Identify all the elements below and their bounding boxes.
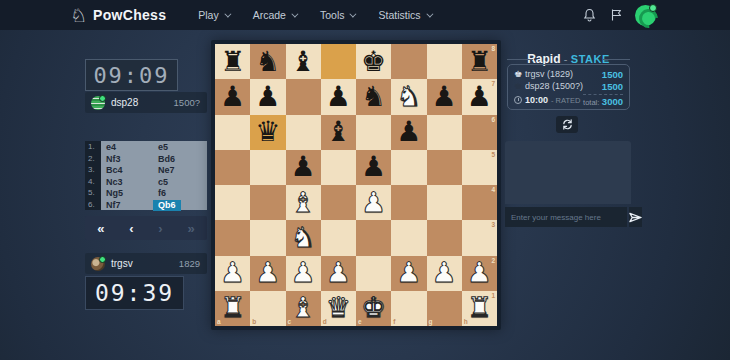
square-b3[interactable] [250, 220, 285, 255]
square-f1[interactable]: f [391, 291, 426, 326]
rematch-button[interactable] [556, 116, 578, 133]
square-b7[interactable]: ♟ [250, 79, 285, 114]
rank-label: 8 [491, 45, 495, 52]
rank-label: 7 [491, 80, 495, 87]
move-black[interactable]: c5 [153, 176, 207, 188]
file-label: c [288, 318, 292, 325]
stake-value: 1500 [602, 69, 623, 80]
knight-logo-icon: ♘ [70, 6, 87, 25]
chess-board-frame: ♜♞♝♚♜8♟♟♟♞♞♟♟7♛♝♟6♟♟5♝♟4♞3♟♟♟♟♟♟♟2♜ab♝c♛… [211, 40, 501, 330]
square-g6[interactable] [427, 115, 462, 150]
square-a3[interactable] [215, 220, 250, 255]
square-d5[interactable] [321, 150, 356, 185]
move-white[interactable]: Nf3 [101, 153, 153, 165]
chess-board: ♜♞♝♚♜8♟♟♟♞♞♟♟7♛♝♟6♟♟5♝♟4♞3♟♟♟♟♟♟♟2♜ab♝c♛… [215, 44, 497, 326]
square-d2[interactable]: ♟ [321, 256, 356, 291]
white-pawn-icon: ♟ [432, 259, 457, 287]
opponent-avatar [91, 96, 105, 110]
square-f2[interactable]: ♟ [391, 256, 426, 291]
own-name: trgsv [111, 258, 179, 269]
current-move-highlight: Qb6 [153, 200, 181, 211]
brand-logo[interactable]: ♘ PowChess [70, 6, 166, 25]
chevron-down-icon [291, 10, 298, 17]
chat-input-row [505, 207, 631, 227]
square-b1[interactable]: b [250, 291, 285, 326]
black-pawn-icon: ♟ [467, 83, 492, 111]
square-e6[interactable] [356, 115, 391, 150]
square-c7[interactable] [286, 79, 321, 114]
white-knight-icon: ♞ [396, 83, 421, 111]
square-d6[interactable]: ♝ [321, 115, 356, 150]
white-pawn-icon: ♟ [326, 259, 351, 287]
square-a8[interactable]: ♜ [215, 44, 250, 79]
white-rook-icon: ♜ [220, 294, 245, 322]
square-f4[interactable] [391, 185, 426, 220]
square-h1[interactable]: ♜h1 [462, 291, 497, 326]
square-e4[interactable]: ♟ [356, 185, 391, 220]
chevron-down-icon [224, 10, 231, 17]
stake-info-box: ♚trgsv (1829)1500♚dsp28 (1500?)1500 10:0… [507, 64, 630, 110]
square-d4[interactable] [321, 185, 356, 220]
square-h6[interactable]: 6 [462, 115, 497, 150]
bell-icon[interactable] [581, 7, 597, 23]
own-player-row[interactable]: trgsv 1829 [85, 253, 207, 274]
black-pawn-icon: ♟ [326, 83, 351, 111]
own-clock: 09:39 [85, 276, 184, 310]
square-h2[interactable]: ♟2 [462, 256, 497, 291]
move-number: 1. [85, 141, 101, 153]
user-avatar[interactable] [635, 5, 656, 26]
square-e3[interactable] [356, 220, 391, 255]
square-a5[interactable] [215, 150, 250, 185]
square-e7[interactable]: ♞ [356, 79, 391, 114]
rank-label: 6 [491, 116, 495, 123]
square-d8[interactable] [321, 44, 356, 79]
black-rook-icon: ♜ [220, 48, 245, 76]
square-h8[interactable]: ♜8 [462, 44, 497, 79]
rank-label: 5 [491, 151, 495, 158]
menu-tools[interactable]: Tools [308, 0, 367, 30]
white-knight-icon: ♞ [291, 224, 316, 252]
white-pawn-icon: ♟ [255, 259, 280, 287]
file-label: b [252, 318, 256, 325]
black-king-icon: ♚ [514, 81, 525, 91]
opponent-clock: 09:09 [85, 59, 178, 91]
square-c1[interactable]: ♝c [286, 291, 321, 326]
clock-icon [514, 96, 522, 104]
next-move-button[interactable]: › [158, 222, 162, 235]
white-rook-icon: ♜ [467, 294, 492, 322]
square-b2[interactable]: ♟ [250, 256, 285, 291]
square-b4[interactable] [250, 185, 285, 220]
square-f8[interactable] [391, 44, 426, 79]
chat-message-area [505, 141, 631, 204]
move-number: 4. [85, 176, 101, 188]
file-label: a [217, 318, 221, 325]
square-h5[interactable]: 5 [462, 150, 497, 185]
white-bishop-icon: ♝ [291, 189, 316, 217]
file-label: g [429, 318, 433, 325]
white-pawn-icon: ♟ [396, 259, 421, 287]
square-e1[interactable]: ♚e [356, 291, 391, 326]
move-navigation: «‹›» [85, 216, 207, 240]
square-h7[interactable]: ♟7 [462, 79, 497, 114]
rank-label: 1 [491, 292, 495, 299]
white-queen-icon: ♛ [326, 294, 351, 322]
square-f7[interactable]: ♞ [391, 79, 426, 114]
opponent-name: dsp28 [111, 97, 174, 108]
square-g2[interactable]: ♟ [427, 256, 462, 291]
stake-player-name: trgsv (1829) [525, 69, 602, 79]
menu-play[interactable]: Play [186, 0, 240, 30]
menu-arcade[interactable]: Arcade [241, 0, 308, 30]
rank-label: 4 [491, 186, 495, 193]
square-b6[interactable]: ♛ [250, 115, 285, 150]
time-control-row: 10:00 - RATED total: 3000 [514, 94, 623, 106]
refresh-icon [562, 119, 573, 130]
send-message-button[interactable] [629, 207, 642, 227]
last-move-button[interactable]: » [187, 222, 194, 235]
white-bishop-icon: ♝ [291, 294, 316, 322]
black-king-icon: ♚ [361, 48, 386, 76]
square-g1[interactable]: g [427, 291, 462, 326]
chevron-down-icon [426, 10, 433, 17]
black-pawn-icon: ♟ [291, 153, 316, 181]
menu-statistics[interactable]: Statistics [366, 0, 442, 30]
move-black[interactable]: Qb6 [153, 199, 207, 211]
square-c4[interactable]: ♝ [286, 185, 321, 220]
white-pawn-icon: ♟ [220, 259, 245, 287]
square-b5[interactable] [250, 150, 285, 185]
navbar-right [581, 0, 656, 30]
send-icon [629, 212, 642, 223]
square-a7[interactable]: ♟ [215, 79, 250, 114]
square-g4[interactable] [427, 185, 462, 220]
move-black[interactable]: Ne7 [153, 164, 207, 176]
file-label: e [358, 318, 362, 325]
move-black[interactable]: f6 [153, 187, 207, 199]
square-e2[interactable] [356, 256, 391, 291]
black-pawn-icon: ♟ [396, 118, 421, 146]
flag-icon[interactable] [608, 7, 624, 23]
move-number: 6. [85, 199, 101, 211]
black-knight-icon: ♞ [361, 83, 386, 111]
square-f6[interactable]: ♟ [391, 115, 426, 150]
black-pawn-icon: ♟ [255, 83, 280, 111]
square-b8[interactable]: ♞ [250, 44, 285, 79]
black-bishop-icon: ♝ [291, 48, 316, 76]
square-g7[interactable]: ♟ [427, 79, 462, 114]
title-divider-left [507, 59, 533, 60]
rank-label: 3 [491, 221, 495, 228]
white-pawn-icon: ♟ [291, 259, 316, 287]
square-c6[interactable] [286, 115, 321, 150]
stake-player-name: dsp28 (1500?) [525, 81, 602, 91]
stake-player-row: ♚dsp28 (1500?)1500 [514, 80, 623, 92]
rank-label: 2 [491, 257, 495, 264]
file-label: d [323, 318, 327, 325]
white-pawn-icon: ♟ [361, 189, 386, 217]
square-a1[interactable]: ♜a [215, 291, 250, 326]
brand-name: PowChess [93, 7, 166, 23]
white-king-icon: ♚ [361, 294, 386, 322]
square-g8[interactable] [427, 44, 462, 79]
previous-move-button[interactable]: ‹ [129, 222, 133, 235]
move-white[interactable]: e4 [101, 141, 153, 153]
opponent-rating: 1500? [174, 97, 200, 108]
chat-input[interactable] [505, 207, 627, 227]
time-control: 10:00 [525, 95, 548, 105]
move-list: 1.e4e52.Nf3Bd63.Bc4Ne74.Nc3c55.Ng5f66.Nf… [85, 141, 207, 210]
square-h4[interactable]: 4 [462, 185, 497, 220]
square-g3[interactable] [427, 220, 462, 255]
square-d7[interactable]: ♟ [321, 79, 356, 114]
square-g5[interactable] [427, 150, 462, 185]
square-c2[interactable]: ♟ [286, 256, 321, 291]
black-pawn-icon: ♟ [361, 153, 386, 181]
black-pawn-icon: ♟ [220, 83, 245, 111]
opponent-player-row[interactable]: dsp28 1500? [85, 92, 207, 113]
first-move-button[interactable]: « [97, 222, 104, 235]
square-e5[interactable]: ♟ [356, 150, 391, 185]
square-a2[interactable]: ♟ [215, 256, 250, 291]
square-c8[interactable]: ♝ [286, 44, 321, 79]
move-black[interactable]: e5 [153, 141, 207, 153]
stake-player-row: ♚trgsv (1829)1500 [514, 68, 623, 80]
white-king-icon: ♚ [514, 69, 525, 79]
square-a6[interactable] [215, 115, 250, 150]
square-f5[interactable] [391, 150, 426, 185]
move-white[interactable]: Bc4 [101, 164, 153, 176]
black-queen-icon: ♛ [255, 118, 280, 146]
black-rook-icon: ♜ [467, 48, 492, 76]
move-white[interactable]: Nc3 [101, 176, 153, 188]
square-e8[interactable]: ♚ [356, 44, 391, 79]
move-number: 3. [85, 164, 101, 176]
square-c5[interactable]: ♟ [286, 150, 321, 185]
navbar: ♘ PowChess PlayArcadeToolsStatistics [0, 0, 730, 30]
stake-total: total: 3000 [583, 94, 623, 107]
title-divider-right [603, 59, 630, 60]
file-label: h [464, 318, 468, 325]
square-f3[interactable] [391, 220, 426, 255]
move-black[interactable]: Bd6 [153, 153, 207, 165]
black-pawn-icon: ♟ [432, 83, 457, 111]
stake-value: 1500 [602, 81, 623, 92]
square-d3[interactable] [321, 220, 356, 255]
move-number: 5. [85, 187, 101, 199]
square-d1[interactable]: ♛d [321, 291, 356, 326]
white-pawn-icon: ♟ [467, 259, 492, 287]
square-a4[interactable] [215, 185, 250, 220]
main-menu: PlayArcadeToolsStatistics [186, 0, 442, 30]
move-white[interactable]: Ng5 [101, 187, 153, 199]
black-bishop-icon: ♝ [326, 118, 351, 146]
square-h3[interactable]: 3 [462, 220, 497, 255]
square-c3[interactable]: ♞ [286, 220, 321, 255]
chevron-down-icon [350, 10, 357, 17]
own-rating: 1829 [179, 258, 200, 269]
rated-label: - RATED [551, 96, 583, 105]
file-label: f [393, 318, 395, 325]
black-knight-icon: ♞ [255, 48, 280, 76]
move-number: 2. [85, 153, 101, 165]
own-avatar [91, 257, 105, 271]
move-white[interactable]: Nf7 [101, 199, 153, 211]
